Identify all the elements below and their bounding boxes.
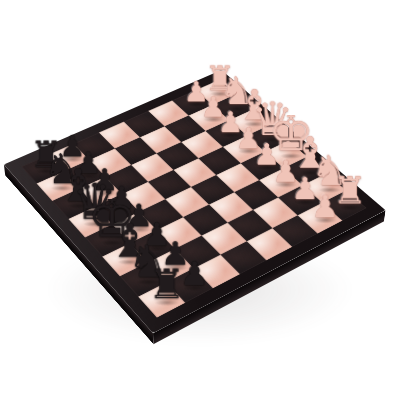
board-grid: [21, 80, 366, 318]
scene: ♜♟♟♜♞♟♟♞♝♟♟♝♛♟♟♛♚♟♟♚♝♟♟♝♞♟♟♞♜♟♟♜: [0, 0, 400, 400]
chess-board: ♜♟♟♜♞♟♟♞♝♟♟♝♛♟♟♛♚♟♟♚♝♟♟♝♞♟♟♞♜♟♟♜: [4, 70, 386, 333]
